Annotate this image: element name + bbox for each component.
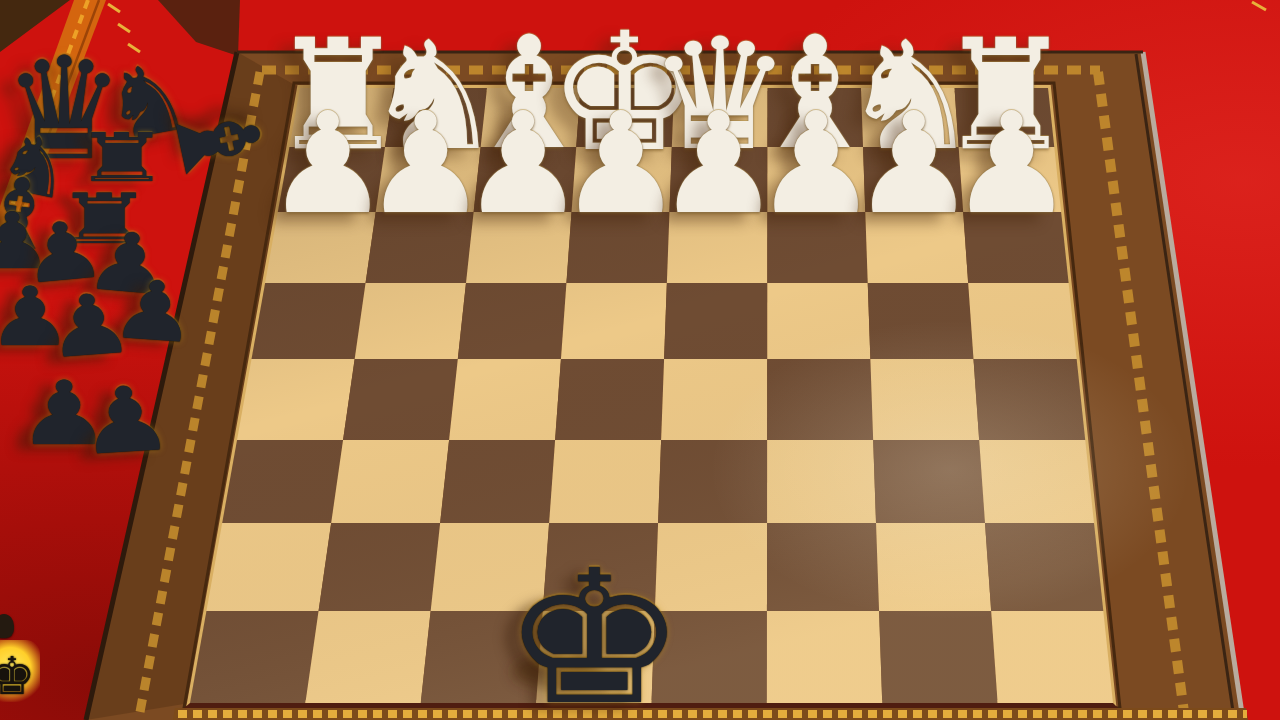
offboard-black-pawn: ♟ <box>2 369 249 473</box>
game-scene: ♜♞♝♚♛♝♞♜♟♟♟♟♟♟♟♟♚♛♞♝♜♜♞♝♟♟♟♟♟♟♟♟ ♚ <box>0 0 1280 720</box>
black-king-e8[interactable]: ♚ <box>394 546 794 720</box>
black-king-icon: ♚ <box>0 648 44 705</box>
offboard-black-pawn: ♟ <box>0 275 213 376</box>
piece-knob-icon <box>0 614 14 638</box>
corner-piece-icon[interactable]: ♚ <box>0 612 44 720</box>
white-pawn-a2[interactable]: ♟ <box>812 94 1212 234</box>
